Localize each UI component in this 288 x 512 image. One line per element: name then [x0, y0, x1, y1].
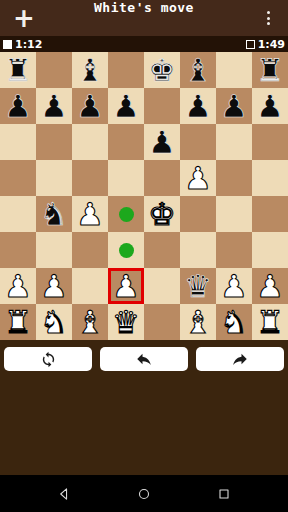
- square-a2[interactable]: ♟: [0, 268, 36, 304]
- square-h1[interactable]: ♜: [252, 304, 288, 340]
- piece-black-rook: ♜: [4, 55, 32, 86]
- square-h4[interactable]: [252, 196, 288, 232]
- square-c7[interactable]: ♟: [72, 88, 108, 124]
- piece-white-pawn: ♟: [220, 271, 248, 302]
- square-b7[interactable]: ♟: [36, 88, 72, 124]
- piece-white-pawn: ♟: [184, 163, 212, 194]
- white-clock-time: 1:12: [15, 38, 42, 51]
- black-clock: 1:49: [246, 38, 285, 51]
- square-d7[interactable]: ♟: [108, 88, 144, 124]
- square-f3[interactable]: [180, 232, 216, 268]
- piece-white-king: ♚: [148, 199, 176, 230]
- control-bar: [0, 347, 288, 371]
- square-g4[interactable]: [216, 196, 252, 232]
- piece-white-pawn: ♟: [256, 271, 284, 302]
- kebab-menu-icon: [267, 22, 270, 25]
- redo-arrow-icon: [231, 350, 249, 368]
- square-b8[interactable]: [36, 52, 72, 88]
- square-b2[interactable]: ♟: [36, 268, 72, 304]
- kebab-menu-icon: [267, 11, 270, 14]
- undo-button[interactable]: [100, 347, 188, 371]
- square-c6[interactable]: [72, 124, 108, 160]
- nav-recents-button[interactable]: [216, 486, 232, 502]
- square-b4[interactable]: ♞: [36, 196, 72, 232]
- redo-button[interactable]: [196, 347, 284, 371]
- square-g1[interactable]: ♞: [216, 304, 252, 340]
- piece-black-knight: ♞: [40, 199, 68, 230]
- nav-back-button[interactable]: [56, 486, 72, 502]
- piece-white-pawn: ♟: [4, 271, 32, 302]
- flip-board-button[interactable]: [4, 347, 92, 371]
- chess-board: ♜♝♚♝♜♟♟♟♟♟♟♟♟♟♞♟♚♟♟♟♛♟♟♜♞♝♛♝♞♜: [0, 52, 288, 340]
- piece-white-bishop: ♝: [184, 307, 212, 338]
- square-g8[interactable]: [216, 52, 252, 88]
- piece-white-pawn: ♟: [40, 271, 68, 302]
- square-c3[interactable]: [72, 232, 108, 268]
- square-c4[interactable]: ♟: [72, 196, 108, 232]
- piece-black-pawn: ♟: [40, 91, 68, 122]
- square-e6[interactable]: ♟: [144, 124, 180, 160]
- square-f5[interactable]: ♟: [180, 160, 216, 196]
- square-d4[interactable]: [108, 196, 144, 232]
- square-d5[interactable]: [108, 160, 144, 196]
- piece-white-pawn: ♟: [76, 199, 104, 230]
- square-b1[interactable]: ♞: [36, 304, 72, 340]
- piece-black-rook: ♜: [256, 55, 284, 86]
- top-app-bar: + White's move: [0, 0, 288, 36]
- square-g5[interactable]: [216, 160, 252, 196]
- white-clock-active-icon: [3, 40, 12, 49]
- piece-black-pawn: ♟: [148, 127, 176, 158]
- square-e1[interactable]: [144, 304, 180, 340]
- sync-icon: [40, 351, 57, 368]
- square-f1[interactable]: ♝: [180, 304, 216, 340]
- square-g2[interactable]: ♟: [216, 268, 252, 304]
- square-g7[interactable]: ♟: [216, 88, 252, 124]
- white-clock: 1:12: [3, 38, 42, 51]
- square-h7[interactable]: ♟: [252, 88, 288, 124]
- piece-white-queen: ♛: [112, 307, 140, 338]
- piece-black-pawn: ♟: [112, 91, 140, 122]
- page-title: White's move: [0, 0, 288, 36]
- piece-white-pawn: ♟: [112, 271, 140, 302]
- piece-white-knight: ♞: [40, 307, 68, 338]
- square-c8[interactable]: ♝: [72, 52, 108, 88]
- piece-black-pawn: ♟: [76, 91, 104, 122]
- square-d6[interactable]: [108, 124, 144, 160]
- square-a1[interactable]: ♜: [0, 304, 36, 340]
- square-h8[interactable]: ♜: [252, 52, 288, 88]
- square-a3[interactable]: [0, 232, 36, 268]
- home-circle-icon: [136, 486, 152, 502]
- square-g6[interactable]: [216, 124, 252, 160]
- square-a6[interactable]: [0, 124, 36, 160]
- square-e2[interactable]: [144, 268, 180, 304]
- square-f4[interactable]: [180, 196, 216, 232]
- square-c1[interactable]: ♝: [72, 304, 108, 340]
- square-d8[interactable]: [108, 52, 144, 88]
- piece-black-king: ♚: [148, 55, 176, 86]
- square-h2[interactable]: ♟: [252, 268, 288, 304]
- square-d3[interactable]: [108, 232, 144, 268]
- move-hint-dot: [119, 243, 134, 258]
- square-f7[interactable]: ♟: [180, 88, 216, 124]
- piece-white-rook: ♜: [256, 307, 284, 338]
- square-d2[interactable]: ♟: [108, 268, 144, 304]
- square-b3[interactable]: [36, 232, 72, 268]
- piece-white-bishop: ♝: [76, 307, 104, 338]
- black-clock-time: 1:49: [258, 38, 285, 51]
- piece-black-pawn: ♟: [4, 91, 32, 122]
- square-b6[interactable]: [36, 124, 72, 160]
- square-h5[interactable]: [252, 160, 288, 196]
- black-clock-inactive-icon: [246, 40, 255, 49]
- square-a4[interactable]: [0, 196, 36, 232]
- square-a8[interactable]: ♜: [0, 52, 36, 88]
- piece-black-bishop: ♝: [76, 55, 104, 86]
- square-e8[interactable]: ♚: [144, 52, 180, 88]
- piece-black-queen: ♛: [184, 271, 212, 302]
- square-e4[interactable]: ♚: [144, 196, 180, 232]
- clock-bar: 1:12 1:49: [0, 36, 288, 52]
- square-b5[interactable]: [36, 160, 72, 196]
- square-e5[interactable]: [144, 160, 180, 196]
- kebab-menu-icon: [267, 17, 270, 20]
- square-e7[interactable]: [144, 88, 180, 124]
- undo-arrow-icon: [135, 350, 153, 368]
- back-triangle-icon: [56, 486, 72, 502]
- square-e3[interactable]: [144, 232, 180, 268]
- piece-white-knight: ♞: [220, 307, 248, 338]
- piece-black-pawn: ♟: [184, 91, 212, 122]
- square-f6[interactable]: [180, 124, 216, 160]
- android-nav-bar: [0, 475, 288, 512]
- square-a7[interactable]: ♟: [0, 88, 36, 124]
- square-g3[interactable]: [216, 232, 252, 268]
- square-h3[interactable]: [252, 232, 288, 268]
- square-c5[interactable]: [72, 160, 108, 196]
- overflow-menu-button[interactable]: [260, 0, 276, 36]
- square-a5[interactable]: [0, 160, 36, 196]
- square-d1[interactable]: ♛: [108, 304, 144, 340]
- square-f8[interactable]: ♝: [180, 52, 216, 88]
- square-h6[interactable]: [252, 124, 288, 160]
- move-hint-dot: [119, 207, 134, 222]
- square-c2[interactable]: [72, 268, 108, 304]
- piece-black-pawn: ♟: [220, 91, 248, 122]
- nav-home-button[interactable]: [136, 486, 152, 502]
- app-screen: + White's move 1:12 1:49 ♜♝♚♝♜♟♟♟♟♟♟♟♟♟♞…: [0, 0, 288, 512]
- recents-square-icon: [216, 486, 232, 502]
- piece-black-pawn: ♟: [256, 91, 284, 122]
- piece-black-bishop: ♝: [184, 55, 212, 86]
- piece-white-rook: ♜: [4, 307, 32, 338]
- square-f2[interactable]: ♛: [180, 268, 216, 304]
